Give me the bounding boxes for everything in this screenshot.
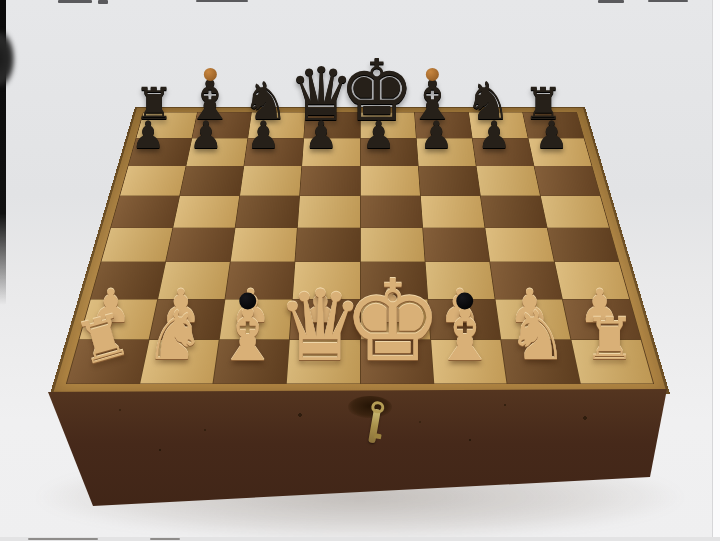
square-b7 (187, 138, 248, 165)
square-a4 (101, 228, 172, 262)
photo-right-edge (712, 0, 720, 541)
square-a2 (79, 300, 157, 340)
square-c1 (214, 340, 289, 383)
square-e4 (360, 228, 424, 262)
square-e3 (360, 262, 427, 299)
square-h8 (523, 112, 584, 137)
photo-top-mark (648, 0, 688, 2)
square-e2 (360, 300, 429, 340)
square-c2 (220, 300, 292, 340)
square-c8 (248, 112, 305, 137)
square-b3 (158, 262, 230, 299)
square-g1 (501, 340, 580, 383)
photo-bottom-mark (150, 538, 180, 540)
square-a8 (136, 112, 197, 137)
square-b1 (140, 340, 219, 383)
square-g6 (476, 166, 539, 195)
square-a1 (67, 340, 149, 383)
photo-top-mark (98, 0, 108, 4)
square-d6 (300, 166, 359, 195)
square-g7 (472, 138, 533, 165)
square-f1 (431, 340, 506, 383)
square-e6 (360, 166, 419, 195)
square-b2 (150, 300, 225, 340)
square-f7 (416, 138, 475, 165)
square-a3 (91, 262, 165, 299)
square-h3 (555, 262, 629, 299)
square-f2 (428, 300, 500, 340)
square-h1 (571, 340, 653, 383)
square-h7 (528, 138, 591, 165)
square-f6 (418, 166, 479, 195)
photo-bottom-mark (28, 538, 98, 540)
square-d2 (290, 300, 359, 340)
square-g3 (490, 262, 562, 299)
square-h4 (547, 228, 618, 262)
black-bishop-ball-finial (203, 68, 216, 81)
square-c4 (231, 228, 297, 262)
keyhole (348, 396, 392, 418)
black-bishop-ball-finial (426, 68, 439, 81)
square-b6 (180, 166, 243, 195)
square-a6 (120, 166, 185, 195)
square-f5 (420, 196, 484, 227)
square-g2 (495, 300, 570, 340)
photo-top-mark (58, 0, 92, 3)
square-a7 (129, 138, 192, 165)
square-d8 (304, 112, 359, 137)
square-c5 (236, 196, 300, 227)
photo-top-mark (598, 0, 624, 3)
square-d5 (298, 196, 359, 227)
square-h6 (534, 166, 599, 195)
square-c3 (226, 262, 295, 299)
square-g5 (481, 196, 547, 227)
chess-board (67, 112, 653, 383)
square-d3 (293, 262, 360, 299)
square-d4 (296, 228, 360, 262)
product-photo: ♜♝♞♛♚♝♞♜♟♟♟♟♟♟♟♟♟♟♟♟♟♟♟♟♜♞♝♛♚♝♞♜ (0, 0, 720, 541)
square-g8 (469, 112, 528, 137)
photo-left-dark-object (0, 30, 15, 88)
square-d1 (287, 340, 359, 383)
square-f3 (425, 262, 494, 299)
square-b4 (166, 228, 235, 262)
square-f8 (415, 112, 472, 137)
square-b8 (192, 112, 251, 137)
square-f4 (423, 228, 489, 262)
square-e5 (360, 196, 421, 227)
square-e8 (360, 112, 415, 137)
square-g4 (485, 228, 554, 262)
photo-bottom-edge (0, 537, 720, 541)
square-b5 (173, 196, 239, 227)
board-rim (50, 107, 670, 394)
photo-top-mark (196, 0, 248, 2)
square-c7 (244, 138, 303, 165)
square-e7 (360, 138, 417, 165)
square-e1 (360, 340, 432, 383)
square-d7 (302, 138, 359, 165)
square-c6 (240, 166, 301, 195)
square-h2 (563, 300, 641, 340)
square-a5 (111, 196, 179, 227)
square-h5 (541, 196, 609, 227)
